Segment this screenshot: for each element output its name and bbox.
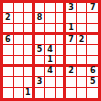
cell-r3c1[interactable]: [3, 24, 14, 35]
cell-r3c5[interactable]: [45, 24, 56, 35]
cell-r6c3[interactable]: [24, 56, 35, 67]
cell-r4c3[interactable]: [24, 35, 35, 45]
cell-r4c8[interactable]: 2: [77, 35, 88, 45]
cell-r8c7[interactable]: [66, 77, 77, 87]
cell-r2c1[interactable]: 2: [3, 13, 14, 23]
cell-r7c8[interactable]: [77, 67, 88, 77]
cell-r3c3[interactable]: [24, 24, 35, 35]
cell-r3c6[interactable]: [56, 24, 67, 35]
cell-r4c1[interactable]: 6: [3, 35, 14, 45]
cell-r9c4[interactable]: [35, 88, 46, 98]
cell-r2c8[interactable]: [77, 13, 88, 23]
cell-r5c8[interactable]: [77, 45, 88, 55]
cell-r7c7[interactable]: 2: [66, 67, 77, 77]
cell-r1c3[interactable]: [24, 3, 35, 13]
cell-r6c1[interactable]: [3, 56, 14, 67]
cell-r7c4[interactable]: [35, 67, 46, 77]
cell-r1c7[interactable]: 3: [66, 3, 77, 13]
cell-r9c5[interactable]: [45, 88, 56, 98]
cell-r8c3[interactable]: [24, 77, 35, 87]
cell-r6c9[interactable]: [87, 56, 98, 67]
cell-r9c7[interactable]: [66, 88, 77, 98]
cell-r2c3[interactable]: [24, 13, 35, 23]
cell-r4c2[interactable]: [14, 35, 25, 45]
cell-r5c9[interactable]: [87, 45, 98, 55]
cell-r8c6[interactable]: [56, 77, 67, 87]
cell-r6c5[interactable]: 1: [45, 56, 56, 67]
cell-r1c1[interactable]: [3, 3, 14, 13]
cell-r7c9[interactable]: 6: [87, 67, 98, 77]
cell-r4c7[interactable]: 7: [66, 35, 77, 45]
cell-r3c4[interactable]: [35, 24, 46, 35]
cell-r8c1[interactable]: [3, 77, 14, 87]
cell-r2c6[interactable]: [56, 13, 67, 23]
cell-r9c3[interactable]: 1: [24, 88, 35, 98]
cell-r5c1[interactable]: [3, 45, 14, 55]
cell-r8c2[interactable]: [14, 77, 25, 87]
cell-r1c8[interactable]: [77, 3, 88, 13]
cell-r2c2[interactable]: [14, 13, 25, 23]
cell-r5c3[interactable]: [24, 45, 35, 55]
cell-r1c4[interactable]: [35, 3, 46, 13]
cell-r3c8[interactable]: [77, 24, 88, 35]
cell-r3c9[interactable]: [87, 24, 98, 35]
cell-r2c9[interactable]: [87, 13, 98, 23]
cell-r5c6[interactable]: [56, 45, 67, 55]
cell-r1c9[interactable]: 7: [87, 3, 98, 13]
cell-r1c2[interactable]: [14, 3, 25, 13]
cell-r9c9[interactable]: [87, 88, 98, 98]
cell-r4c5[interactable]: [45, 35, 56, 45]
cell-r8c8[interactable]: [77, 77, 88, 87]
cell-r7c6[interactable]: [56, 67, 67, 77]
cell-r4c9[interactable]: [87, 35, 98, 45]
cell-r8c5[interactable]: [45, 77, 56, 87]
cell-r9c2[interactable]: [14, 88, 25, 98]
cell-r9c8[interactable]: [77, 88, 88, 98]
cell-r4c6[interactable]: [56, 35, 67, 45]
cell-r3c2[interactable]: [14, 24, 25, 35]
sudoku-board: 37281672541426351: [0, 0, 101, 101]
cell-r9c1[interactable]: [3, 88, 14, 98]
cell-r7c5[interactable]: 4: [45, 67, 56, 77]
cell-r5c4[interactable]: 5: [35, 45, 46, 55]
cell-r7c1[interactable]: [3, 67, 14, 77]
cell-r2c4[interactable]: 8: [35, 13, 46, 23]
cell-r2c5[interactable]: [45, 13, 56, 23]
cell-r7c2[interactable]: [14, 67, 25, 77]
cell-r5c7[interactable]: [66, 45, 77, 55]
cell-r8c9[interactable]: 5: [87, 77, 98, 87]
cell-r9c6[interactable]: [56, 88, 67, 98]
cell-r5c2[interactable]: [14, 45, 25, 55]
cell-r6c8[interactable]: [77, 56, 88, 67]
cell-r4c4[interactable]: [35, 35, 46, 45]
cell-r6c4[interactable]: [35, 56, 46, 67]
cell-r6c7[interactable]: [66, 56, 77, 67]
cell-r8c4[interactable]: 3: [35, 77, 46, 87]
cell-r6c2[interactable]: [14, 56, 25, 67]
cell-r7c3[interactable]: [24, 67, 35, 77]
cell-r6c6[interactable]: [56, 56, 67, 67]
cell-r1c5[interactable]: [45, 3, 56, 13]
cell-r3c7[interactable]: 1: [66, 24, 77, 35]
cell-r1c6[interactable]: [56, 3, 67, 13]
